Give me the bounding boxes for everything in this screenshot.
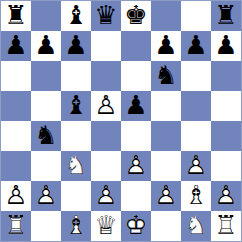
square-a4[interactable] — [1, 121, 31, 151]
square-h2[interactable]: ♟♙ — [211, 181, 241, 211]
piece-white-pawn: ♟♙ — [91, 181, 121, 211]
square-d7[interactable] — [91, 31, 121, 61]
piece-glyph: ♙ — [211, 181, 241, 210]
piece-black-king: ♚ — [121, 1, 151, 31]
square-b5[interactable] — [31, 91, 61, 121]
piece-glyph: ♜ — [211, 1, 241, 30]
square-f7[interactable]: ♟ — [151, 31, 181, 61]
square-e4[interactable] — [121, 121, 151, 151]
square-a3[interactable] — [1, 151, 31, 181]
piece-glyph: ♖ — [1, 211, 31, 240]
piece-glyph: ♖ — [211, 211, 241, 240]
square-c7[interactable]: ♟ — [61, 31, 91, 61]
piece-black-pawn: ♟ — [151, 31, 181, 61]
piece-black-rook: ♜ — [1, 1, 31, 31]
square-d2[interactable]: ♟♙ — [91, 181, 121, 211]
piece-glyph: ♘ — [181, 211, 211, 240]
square-b2[interactable]: ♟♙ — [31, 181, 61, 211]
square-b4[interactable]: ♞ — [31, 121, 61, 151]
piece-white-knight: ♞♘ — [61, 151, 91, 181]
piece-glyph: ♟ — [211, 31, 241, 60]
square-h1[interactable]: ♜♖ — [211, 211, 241, 241]
piece-black-queen: ♛ — [91, 1, 121, 31]
square-c3[interactable]: ♞♘ — [61, 151, 91, 181]
square-f2[interactable]: ♟♙ — [151, 181, 181, 211]
piece-glyph: ♚ — [121, 1, 151, 30]
square-e2[interactable] — [121, 181, 151, 211]
piece-white-pawn: ♟♙ — [181, 151, 211, 181]
piece-black-pawn: ♟ — [61, 31, 91, 61]
piece-black-pawn: ♟ — [121, 91, 151, 121]
piece-black-bishop: ♝ — [61, 1, 91, 31]
square-c5[interactable]: ♝ — [61, 91, 91, 121]
piece-white-pawn: ♟♙ — [31, 181, 61, 211]
piece-white-pawn: ♟♙ — [91, 91, 121, 121]
square-h5[interactable] — [211, 91, 241, 121]
piece-glyph: ♝ — [61, 91, 91, 120]
piece-glyph: ♝ — [61, 1, 91, 30]
square-h4[interactable] — [211, 121, 241, 151]
square-c6[interactable] — [61, 61, 91, 91]
square-f5[interactable] — [151, 91, 181, 121]
square-a7[interactable]: ♟ — [1, 31, 31, 61]
piece-black-rook: ♜ — [211, 1, 241, 31]
square-a8[interactable]: ♜ — [1, 1, 31, 31]
piece-glyph: ♙ — [91, 91, 121, 120]
square-b8[interactable] — [31, 1, 61, 31]
square-b7[interactable]: ♟ — [31, 31, 61, 61]
square-e8[interactable]: ♚ — [121, 1, 151, 31]
square-a1[interactable]: ♜♖ — [1, 211, 31, 241]
chess-board-container: ♜♝♛♚♜♟♟♟♟♟♟♞♝♟♙♟♞♞♘♟♙♟♙♟♙♟♙♟♙♟♙♝♗♟♙♜♖♝♗♛… — [0, 0, 242, 242]
piece-glyph: ♕ — [91, 211, 121, 240]
piece-glyph: ♙ — [31, 181, 61, 210]
square-d4[interactable] — [91, 121, 121, 151]
square-e7[interactable] — [121, 31, 151, 61]
square-d8[interactable]: ♛ — [91, 1, 121, 31]
piece-white-pawn: ♟♙ — [211, 181, 241, 211]
square-e1[interactable]: ♚♔ — [121, 211, 151, 241]
piece-glyph: ♟ — [61, 31, 91, 60]
piece-white-knight: ♞♘ — [181, 211, 211, 241]
square-g5[interactable] — [181, 91, 211, 121]
piece-white-king: ♚♔ — [121, 211, 151, 241]
square-b1[interactable] — [31, 211, 61, 241]
square-c8[interactable]: ♝ — [61, 1, 91, 31]
piece-glyph: ♙ — [91, 181, 121, 210]
square-h8[interactable]: ♜ — [211, 1, 241, 31]
piece-black-pawn: ♟ — [31, 31, 61, 61]
square-g6[interactable] — [181, 61, 211, 91]
square-a6[interactable] — [1, 61, 31, 91]
square-d5[interactable]: ♟♙ — [91, 91, 121, 121]
piece-white-queen: ♛♕ — [91, 211, 121, 241]
piece-glyph: ♟ — [1, 31, 31, 60]
square-d1[interactable]: ♛♕ — [91, 211, 121, 241]
square-a2[interactable]: ♟♙ — [1, 181, 31, 211]
piece-glyph: ♔ — [121, 211, 151, 240]
piece-white-pawn: ♟♙ — [1, 181, 31, 211]
piece-glyph: ♟ — [151, 31, 181, 60]
piece-glyph: ♞ — [151, 61, 181, 90]
square-g3[interactable]: ♟♙ — [181, 151, 211, 181]
square-f3[interactable] — [151, 151, 181, 181]
square-d3[interactable] — [91, 151, 121, 181]
piece-glyph: ♙ — [1, 181, 31, 210]
piece-glyph: ♞ — [31, 121, 61, 150]
piece-glyph: ♟ — [121, 91, 151, 120]
square-g1[interactable]: ♞♘ — [181, 211, 211, 241]
square-b3[interactable] — [31, 151, 61, 181]
piece-glyph: ♙ — [151, 181, 181, 210]
piece-glyph: ♛ — [91, 1, 121, 30]
piece-black-bishop: ♝ — [61, 91, 91, 121]
chess-board: ♜♝♛♚♜♟♟♟♟♟♟♞♝♟♙♟♞♞♘♟♙♟♙♟♙♟♙♟♙♟♙♝♗♟♙♜♖♝♗♛… — [0, 0, 242, 242]
square-e5[interactable]: ♟ — [121, 91, 151, 121]
square-g8[interactable] — [181, 1, 211, 31]
piece-glyph: ♗ — [181, 181, 211, 210]
piece-black-pawn: ♟ — [1, 31, 31, 61]
piece-white-pawn: ♟♙ — [151, 181, 181, 211]
square-f8[interactable] — [151, 1, 181, 31]
piece-white-rook: ♜♖ — [1, 211, 31, 241]
square-e3[interactable]: ♟♙ — [121, 151, 151, 181]
square-f4[interactable] — [151, 121, 181, 151]
square-g2[interactable]: ♝♗ — [181, 181, 211, 211]
piece-black-knight: ♞ — [31, 121, 61, 151]
piece-glyph: ♜ — [1, 1, 31, 30]
piece-white-pawn: ♟♙ — [121, 151, 151, 181]
square-g7[interactable]: ♟ — [181, 31, 211, 61]
piece-glyph: ♗ — [61, 211, 91, 240]
piece-black-knight: ♞ — [151, 61, 181, 91]
square-c4[interactable] — [61, 121, 91, 151]
square-g4[interactable] — [181, 121, 211, 151]
square-h6[interactable] — [211, 61, 241, 91]
piece-glyph: ♟ — [31, 31, 61, 60]
piece-glyph: ♙ — [121, 151, 151, 180]
piece-glyph: ♘ — [61, 151, 91, 180]
square-h3[interactable] — [211, 151, 241, 181]
piece-glyph: ♙ — [181, 151, 211, 180]
square-c1[interactable]: ♝♗ — [61, 211, 91, 241]
square-e6[interactable] — [121, 61, 151, 91]
piece-white-bishop: ♝♗ — [181, 181, 211, 211]
square-d6[interactable] — [91, 61, 121, 91]
square-f6[interactable]: ♞ — [151, 61, 181, 91]
square-h7[interactable]: ♟ — [211, 31, 241, 61]
square-c2[interactable] — [61, 181, 91, 211]
square-f1[interactable] — [151, 211, 181, 241]
piece-black-pawn: ♟ — [181, 31, 211, 61]
square-a5[interactable] — [1, 91, 31, 121]
piece-white-rook: ♜♖ — [211, 211, 241, 241]
piece-white-bishop: ♝♗ — [61, 211, 91, 241]
piece-black-pawn: ♟ — [211, 31, 241, 61]
piece-glyph: ♟ — [181, 31, 211, 60]
square-b6[interactable] — [31, 61, 61, 91]
